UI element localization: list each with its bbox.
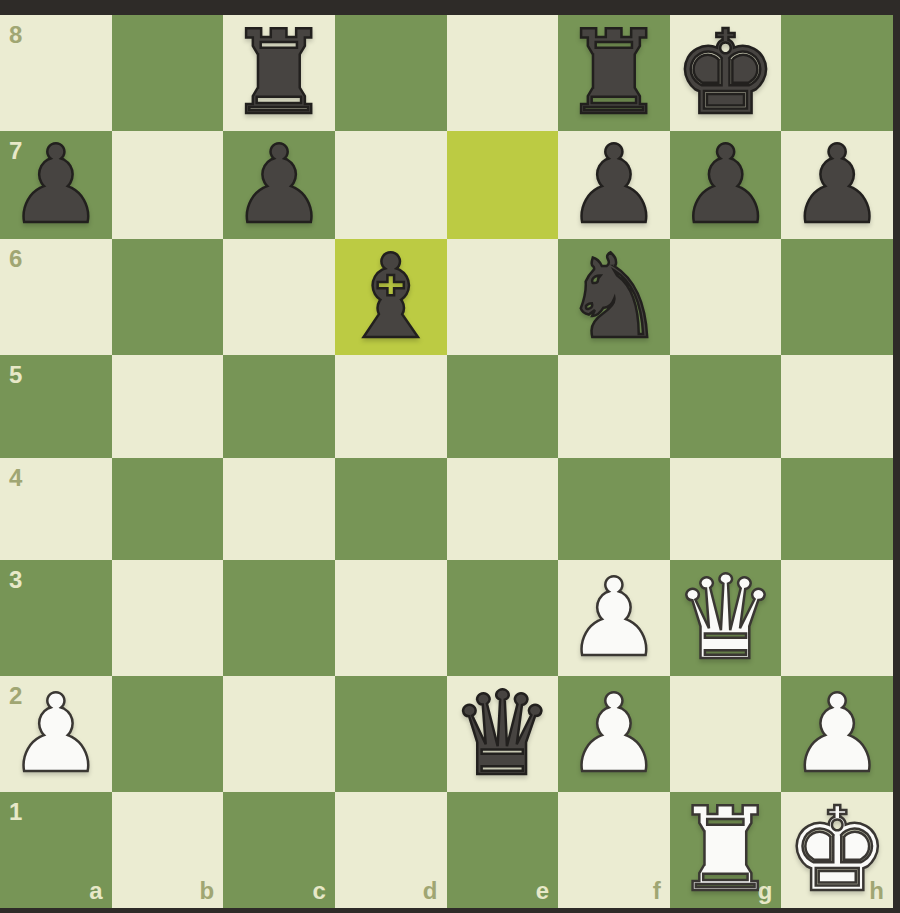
square-d4[interactable] bbox=[335, 458, 447, 561]
white-rook[interactable]: ♜ bbox=[674, 792, 778, 908]
square-a5[interactable]: 5 bbox=[0, 355, 112, 458]
square-h1[interactable]: h♚ bbox=[781, 792, 893, 908]
white-pawn[interactable]: ♟ bbox=[566, 680, 663, 788]
square-g3[interactable]: ♛ bbox=[670, 560, 782, 676]
square-g2[interactable] bbox=[670, 676, 782, 792]
square-b8[interactable] bbox=[112, 15, 224, 131]
square-d3[interactable] bbox=[335, 560, 447, 676]
file-label-c: c bbox=[313, 879, 326, 903]
square-g7[interactable]: ♟ bbox=[670, 131, 782, 239]
square-b2[interactable] bbox=[112, 676, 224, 792]
square-b5[interactable] bbox=[112, 355, 224, 458]
square-e6[interactable] bbox=[447, 239, 559, 355]
square-f8[interactable]: ♜ bbox=[558, 15, 670, 131]
square-d1[interactable]: d bbox=[335, 792, 447, 908]
black-rook[interactable]: ♜ bbox=[227, 15, 331, 131]
square-b4[interactable] bbox=[112, 458, 224, 561]
rank-label-6: 6 bbox=[9, 247, 22, 271]
white-pawn[interactable]: ♟ bbox=[789, 680, 886, 788]
rank-label-4: 4 bbox=[9, 466, 22, 490]
square-g6[interactable] bbox=[670, 239, 782, 355]
rank-label-8: 8 bbox=[9, 23, 22, 47]
square-f1[interactable]: f bbox=[558, 792, 670, 908]
square-e3[interactable] bbox=[447, 560, 559, 676]
square-a7[interactable]: 7♟ bbox=[0, 131, 112, 239]
square-g8[interactable]: ♚ bbox=[670, 15, 782, 131]
file-label-a: a bbox=[89, 879, 102, 903]
square-e8[interactable] bbox=[447, 15, 559, 131]
black-king[interactable]: ♚ bbox=[674, 15, 778, 131]
square-f3[interactable]: ♟ bbox=[558, 560, 670, 676]
square-h6[interactable] bbox=[781, 239, 893, 355]
chess-board[interactable]: 8♜♜♚7♟♟♟♟♟6♝♞543♟♛2♟♛♟♟1abcdefg♜h♚ bbox=[0, 15, 893, 908]
file-label-d: d bbox=[423, 879, 438, 903]
square-b7[interactable] bbox=[112, 131, 224, 239]
square-e1[interactable]: e bbox=[447, 792, 559, 908]
white-pawn[interactable]: ♟ bbox=[7, 680, 104, 788]
square-a3[interactable]: 3 bbox=[0, 560, 112, 676]
square-f7[interactable]: ♟ bbox=[558, 131, 670, 239]
black-pawn[interactable]: ♟ bbox=[566, 131, 663, 239]
square-c3[interactable] bbox=[223, 560, 335, 676]
square-c2[interactable] bbox=[223, 676, 335, 792]
square-h7[interactable]: ♟ bbox=[781, 131, 893, 239]
white-queen[interactable]: ♛ bbox=[674, 560, 778, 676]
black-bishop[interactable]: ♝ bbox=[339, 239, 443, 355]
square-d7[interactable] bbox=[335, 131, 447, 239]
black-pawn[interactable]: ♟ bbox=[231, 131, 328, 239]
square-a4[interactable]: 4 bbox=[0, 458, 112, 561]
square-g5[interactable] bbox=[670, 355, 782, 458]
black-pawn[interactable]: ♟ bbox=[677, 131, 774, 239]
square-b3[interactable] bbox=[112, 560, 224, 676]
square-e5[interactable] bbox=[447, 355, 559, 458]
file-label-f: f bbox=[653, 879, 661, 903]
black-pawn[interactable]: ♟ bbox=[789, 131, 886, 239]
square-c7[interactable]: ♟ bbox=[223, 131, 335, 239]
rank-label-5: 5 bbox=[9, 363, 22, 387]
square-h3[interactable] bbox=[781, 560, 893, 676]
square-f6[interactable]: ♞ bbox=[558, 239, 670, 355]
square-g1[interactable]: g♜ bbox=[670, 792, 782, 908]
square-a8[interactable]: 8 bbox=[0, 15, 112, 131]
black-knight[interactable]: ♞ bbox=[562, 239, 666, 355]
square-f4[interactable] bbox=[558, 458, 670, 561]
square-c8[interactable]: ♜ bbox=[223, 15, 335, 131]
black-rook[interactable]: ♜ bbox=[562, 15, 666, 131]
square-e4[interactable] bbox=[447, 458, 559, 561]
file-label-b: b bbox=[200, 879, 215, 903]
square-e2[interactable]: ♛ bbox=[447, 676, 559, 792]
square-f5[interactable] bbox=[558, 355, 670, 458]
app-frame: 8♜♜♚7♟♟♟♟♟6♝♞543♟♛2♟♛♟♟1abcdefg♜h♚ bbox=[0, 0, 900, 913]
black-pawn[interactable]: ♟ bbox=[7, 131, 104, 239]
square-h5[interactable] bbox=[781, 355, 893, 458]
square-c5[interactable] bbox=[223, 355, 335, 458]
letterbox-bottom bbox=[0, 908, 900, 913]
square-c1[interactable]: c bbox=[223, 792, 335, 908]
square-d6[interactable]: ♝ bbox=[335, 239, 447, 355]
square-h4[interactable] bbox=[781, 458, 893, 561]
square-b6[interactable] bbox=[112, 239, 224, 355]
rank-label-3: 3 bbox=[9, 568, 22, 592]
square-b1[interactable]: b bbox=[112, 792, 224, 908]
square-c6[interactable] bbox=[223, 239, 335, 355]
square-a2[interactable]: 2♟ bbox=[0, 676, 112, 792]
square-a6[interactable]: 6 bbox=[0, 239, 112, 355]
square-h2[interactable]: ♟ bbox=[781, 676, 893, 792]
square-d8[interactable] bbox=[335, 15, 447, 131]
square-e7[interactable] bbox=[447, 131, 559, 239]
black-queen[interactable]: ♛ bbox=[450, 676, 554, 792]
square-d2[interactable] bbox=[335, 676, 447, 792]
square-h8[interactable] bbox=[781, 15, 893, 131]
square-g4[interactable] bbox=[670, 458, 782, 561]
file-label-e: e bbox=[536, 879, 549, 903]
square-c4[interactable] bbox=[223, 458, 335, 561]
square-d5[interactable] bbox=[335, 355, 447, 458]
white-king[interactable]: ♚ bbox=[785, 792, 889, 908]
rank-label-1: 1 bbox=[9, 800, 22, 824]
square-a1[interactable]: 1a bbox=[0, 792, 112, 908]
square-f2[interactable]: ♟ bbox=[558, 676, 670, 792]
white-pawn[interactable]: ♟ bbox=[566, 564, 663, 672]
